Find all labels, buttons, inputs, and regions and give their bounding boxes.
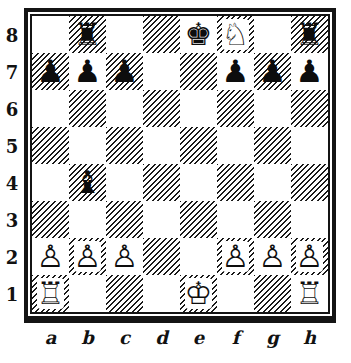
square-c6[interactable] [106, 90, 143, 127]
black-pawn-piece: ♟ [296, 56, 324, 87]
square-g4[interactable] [254, 164, 291, 201]
square-a7[interactable]: ♟ [32, 53, 69, 90]
square-f3[interactable] [217, 201, 254, 238]
white-pawn-piece: ♙ [74, 241, 102, 272]
square-e5[interactable] [180, 127, 217, 164]
black-pawn-piece: ♟ [111, 56, 139, 87]
chess-diagram: 87654321 ♜♚♘♜♟♟♟♟♟♟♝♙♙♙♙♙♙♖♔♖ abcdefgh [0, 8, 336, 348]
square-g5[interactable] [254, 127, 291, 164]
rank-label-7: 7 [0, 54, 24, 91]
black-king-piece: ♚ [185, 19, 213, 50]
black-rook-piece: ♜ [296, 19, 324, 50]
white-pawn-piece: ♙ [296, 241, 324, 272]
square-h8[interactable]: ♜ [291, 16, 328, 53]
square-f2[interactable]: ♙ [217, 238, 254, 275]
rank-label-1: 1 [0, 276, 24, 313]
square-h7[interactable]: ♟ [291, 53, 328, 90]
rank-label-6: 6 [0, 91, 24, 128]
square-e6[interactable] [180, 90, 217, 127]
black-pawn-piece: ♟ [259, 56, 287, 87]
square-h6[interactable] [291, 90, 328, 127]
square-h5[interactable] [291, 127, 328, 164]
square-d2[interactable] [143, 238, 180, 275]
square-d5[interactable] [143, 127, 180, 164]
square-g6[interactable] [254, 90, 291, 127]
square-h4[interactable] [291, 164, 328, 201]
white-pawn-piece: ♙ [222, 241, 250, 272]
square-g7[interactable]: ♟ [254, 53, 291, 90]
square-f4[interactable] [217, 164, 254, 201]
square-c2[interactable]: ♙ [106, 238, 143, 275]
square-f1[interactable] [217, 275, 254, 312]
white-pawn-piece: ♙ [259, 241, 287, 272]
square-c1[interactable] [106, 275, 143, 312]
white-knight-piece: ♘ [222, 19, 250, 50]
square-f6[interactable] [217, 90, 254, 127]
white-rook-piece: ♖ [37, 278, 65, 309]
square-e4[interactable] [180, 164, 217, 201]
square-c3[interactable] [106, 201, 143, 238]
file-label-d: d [143, 327, 180, 348]
black-pawn-piece: ♟ [222, 56, 250, 87]
square-f8[interactable]: ♘ [217, 16, 254, 53]
file-label-a: a [32, 327, 69, 348]
black-rook-piece: ♜ [74, 19, 102, 50]
square-h3[interactable] [291, 201, 328, 238]
square-b1[interactable] [69, 275, 106, 312]
rank-label-8: 8 [0, 17, 24, 54]
file-label-g: g [254, 327, 291, 348]
square-e1[interactable]: ♔ [180, 275, 217, 312]
square-c7[interactable]: ♟ [106, 53, 143, 90]
white-pawn-piece: ♙ [37, 241, 65, 272]
rank-label-3: 3 [0, 202, 24, 239]
square-e8[interactable]: ♚ [180, 16, 217, 53]
chess-diagram-page: 87654321 ♜♚♘♜♟♟♟♟♟♟♝♙♙♙♙♙♙♖♔♖ abcdefgh [0, 0, 351, 363]
square-d3[interactable] [143, 201, 180, 238]
file-label-f: f [217, 327, 254, 348]
rank-label-5: 5 [0, 128, 24, 165]
square-h1[interactable]: ♖ [291, 275, 328, 312]
square-b3[interactable] [69, 201, 106, 238]
black-pawn-piece: ♟ [37, 56, 65, 87]
file-label-e: e [180, 327, 217, 348]
square-d7[interactable] [143, 53, 180, 90]
square-b8[interactable]: ♜ [69, 16, 106, 53]
board-frame: ♜♚♘♜♟♟♟♟♟♟♝♙♙♙♙♙♙♖♔♖ [24, 8, 336, 323]
white-pawn-piece: ♙ [111, 241, 139, 272]
square-b2[interactable]: ♙ [69, 238, 106, 275]
square-c4[interactable] [106, 164, 143, 201]
square-d6[interactable] [143, 90, 180, 127]
square-a6[interactable] [32, 90, 69, 127]
black-bishop-piece: ♝ [74, 167, 102, 198]
square-c8[interactable] [106, 16, 143, 53]
square-c5[interactable] [106, 127, 143, 164]
square-a5[interactable] [32, 127, 69, 164]
square-f7[interactable]: ♟ [217, 53, 254, 90]
square-g8[interactable] [254, 16, 291, 53]
file-labels: abcdefgh [24, 327, 336, 348]
square-a4[interactable] [32, 164, 69, 201]
square-g2[interactable]: ♙ [254, 238, 291, 275]
rank-label-2: 2 [0, 239, 24, 276]
square-d1[interactable] [143, 275, 180, 312]
file-label-h: h [291, 327, 328, 348]
square-a2[interactable]: ♙ [32, 238, 69, 275]
white-rook-piece: ♖ [296, 278, 324, 309]
square-f5[interactable] [217, 127, 254, 164]
square-e3[interactable] [180, 201, 217, 238]
square-a1[interactable]: ♖ [32, 275, 69, 312]
white-king-piece: ♔ [185, 278, 213, 309]
file-label-b: b [69, 327, 106, 348]
square-e2[interactable] [180, 238, 217, 275]
square-g1[interactable] [254, 275, 291, 312]
board: ♜♚♘♜♟♟♟♟♟♟♝♙♙♙♙♙♙♖♔♖ [30, 14, 330, 314]
square-b5[interactable] [69, 127, 106, 164]
square-b6[interactable] [69, 90, 106, 127]
rank-labels: 87654321 [0, 8, 24, 323]
square-h2[interactable]: ♙ [291, 238, 328, 275]
square-b7[interactable]: ♟ [69, 53, 106, 90]
square-g3[interactable] [254, 201, 291, 238]
file-label-c: c [106, 327, 143, 348]
square-b4[interactable]: ♝ [69, 164, 106, 201]
square-d8[interactable] [143, 16, 180, 53]
square-e7[interactable] [180, 53, 217, 90]
square-a8[interactable] [32, 16, 69, 53]
square-a3[interactable] [32, 201, 69, 238]
rank-label-4: 4 [0, 165, 24, 202]
square-d4[interactable] [143, 164, 180, 201]
black-pawn-piece: ♟ [74, 56, 102, 87]
